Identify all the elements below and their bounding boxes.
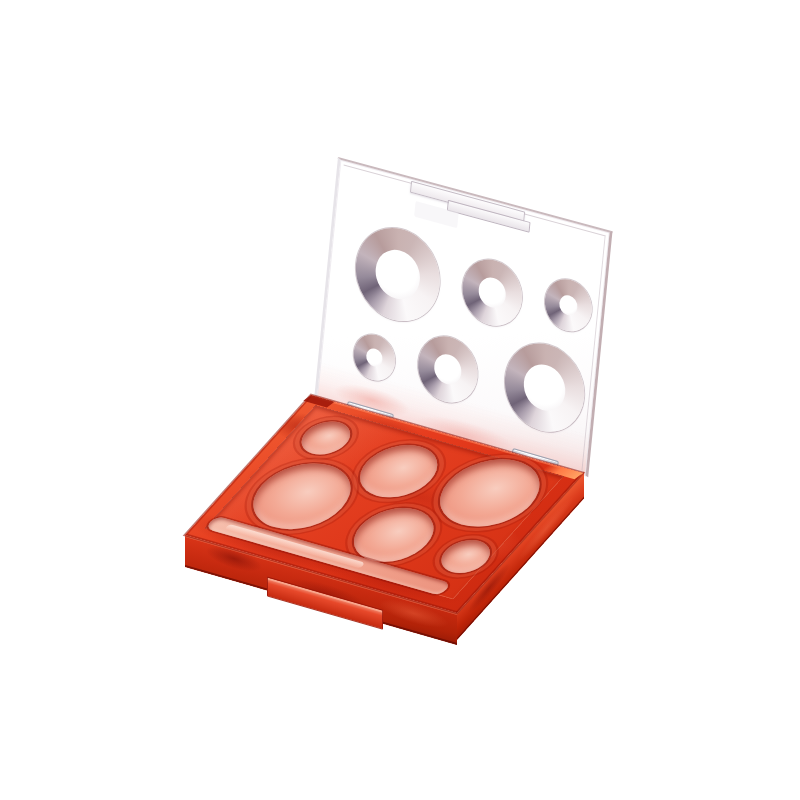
lid-recess-ring-back-center-medium [459, 252, 525, 332]
lid-recess-ring-front-left-small [352, 330, 398, 386]
product-photo-canvas [0, 0, 800, 800]
lid-recess-ring-back-left-large [352, 218, 444, 331]
lid-recess-ring-back-right-small [543, 274, 595, 337]
lid-recess-ring-front-right-large [501, 334, 588, 441]
lid-recess-ring-front-center-medium [415, 329, 481, 409]
